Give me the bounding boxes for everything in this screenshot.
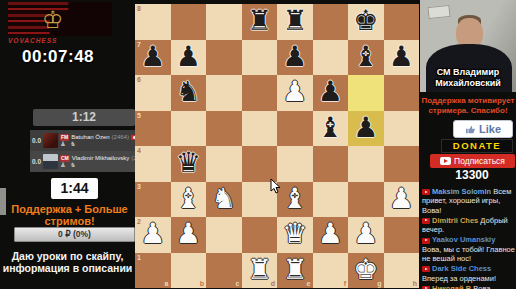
youtube-badge-icon [422, 266, 430, 272]
rank-label-5: 5 [137, 112, 141, 119]
piece-white-pawn[interactable]: ♟ [313, 217, 349, 253]
logo-text: VOVACHESS [8, 37, 112, 44]
square-d7[interactable] [242, 40, 278, 76]
square-c5[interactable] [206, 111, 242, 147]
player-row-black[interactable]: 0.0 FM Batuhan Özen (2464) ♟ ♞ [30, 130, 135, 151]
square-e1[interactable]: e♜ [277, 253, 313, 289]
player-name-black[interactable]: Batuhan Özen [71, 134, 109, 141]
black-player-clock: 1:12 [33, 109, 135, 126]
player-name-white[interactable]: Vladimir Mikhailovsky [72, 155, 129, 162]
piece-white-pawn[interactable]: ♟ [277, 75, 313, 111]
youtube-badge-icon [422, 189, 430, 195]
chat-username[interactable]: Maksim Solomin [432, 187, 491, 196]
chat-username[interactable]: Dimitrii Ches [432, 216, 478, 225]
piece-black-pawn[interactable]: ♟ [277, 40, 313, 76]
piece-black-rook[interactable]: ♜ [242, 4, 278, 40]
square-h4[interactable] [384, 146, 420, 182]
square-e5[interactable] [277, 111, 313, 147]
piece-white-bishop[interactable]: ♝ [171, 182, 207, 218]
thumb-up-icon [465, 124, 476, 135]
piece-white-pawn[interactable]: ♟ [135, 217, 171, 253]
piece-white-knight[interactable]: ♞ [206, 182, 242, 218]
players-panel: 0.0 FM Batuhan Özen (2464) ♟ ♞ 0.0 CM Vl… [30, 130, 135, 172]
square-a4[interactable]: 4 [135, 146, 171, 182]
square-g2[interactable]: ♟ [348, 217, 384, 253]
square-a7[interactable]: 7♟ [135, 40, 171, 76]
player-rating-black: (2464) [112, 134, 129, 141]
webcam: СМ Владимир Михайловский [420, 0, 516, 92]
white-player-clock: 1:44 [51, 178, 98, 199]
piece-black-pawn[interactable]: ♟ [384, 40, 420, 76]
piece-white-pawn[interactable]: ♟ [384, 182, 420, 218]
square-c8[interactable] [206, 4, 242, 40]
captured-pieces-black: ♟ ♞ [60, 141, 135, 148]
donate-button[interactable]: DONATE [441, 139, 513, 153]
stream-scene: ♔ VOVACHESS 00:07:48 1:12 0.0 FM Batuhan… [0, 0, 516, 289]
square-h1[interactable]: h [384, 253, 420, 289]
light-switch [427, 5, 450, 19]
chat-message: Николай В Вова, привет! [422, 284, 516, 289]
stream-timer: 00:07:48 [22, 47, 94, 67]
donation-progress-bar: 0 ₽ (0%) [14, 227, 135, 242]
piece-black-pawn[interactable]: ♟ [348, 111, 384, 147]
right-panel: СМ Владимир Михайловский Поддержка мотив… [420, 0, 516, 289]
file-label-c: c [236, 280, 240, 287]
square-b2[interactable]: ♟ [171, 217, 207, 253]
square-a3[interactable]: 3 [135, 182, 171, 218]
rank-label-6: 6 [137, 76, 141, 83]
youtube-badge-icon [422, 218, 430, 224]
square-c4[interactable] [206, 146, 242, 182]
square-d5[interactable] [242, 111, 278, 147]
square-f4[interactable] [313, 146, 349, 182]
square-h5[interactable] [384, 111, 420, 147]
like-label: Like [479, 123, 501, 135]
square-b3[interactable]: ♝ [171, 182, 207, 218]
square-h7[interactable]: ♟ [384, 40, 420, 76]
player-row-white[interactable]: 0.0 CM Vladimir Mikhailovsky (27 ♟ ♞ [30, 151, 135, 172]
square-e8[interactable]: ♜ [277, 4, 313, 40]
square-a6[interactable]: 6 [135, 75, 171, 111]
mouse-cursor [270, 178, 282, 194]
piece-black-bishop[interactable]: ♝ [348, 40, 384, 76]
chat-username[interactable]: Николай В [432, 284, 471, 289]
piece-black-bishop[interactable]: ♝ [313, 111, 349, 147]
support-goal-title: Поддержка + Больше стримов! [7, 204, 132, 227]
match-score-black: 0.0 [30, 137, 43, 144]
chat-username[interactable]: Yaakov Umanskiy [432, 235, 495, 244]
piece-white-rook[interactable]: ♜ [242, 253, 278, 289]
square-f7[interactable] [313, 40, 349, 76]
square-f8[interactable] [313, 4, 349, 40]
file-label-h: h [413, 280, 417, 287]
rank-label-3: 3 [137, 183, 141, 190]
chat-username[interactable]: Dark Side Chess [432, 264, 491, 273]
square-c6[interactable] [206, 75, 242, 111]
square-c7[interactable] [206, 40, 242, 76]
like-button[interactable]: Like [453, 120, 513, 138]
piece-white-pawn[interactable]: ♟ [348, 217, 384, 253]
lessons-note: Даю уроки по скайпу, информация в описан… [1, 250, 134, 274]
rank-label-8: 8 [137, 5, 141, 12]
square-a1[interactable]: 1a [135, 253, 171, 289]
square-f1[interactable]: f [313, 253, 349, 289]
chat-message: Yaakov Umanskiy Вова, мы с тобой! Главно… [422, 235, 516, 263]
square-b6[interactable]: ♞ [171, 75, 207, 111]
piece-black-pawn[interactable]: ♟ [171, 40, 207, 76]
square-h6[interactable] [384, 75, 420, 111]
file-label-a: a [165, 280, 169, 287]
square-d4[interactable] [242, 146, 278, 182]
chat-text: Вперед за орденами! [422, 274, 496, 283]
piece-black-knight[interactable]: ♞ [171, 75, 207, 111]
square-b5[interactable] [171, 111, 207, 147]
square-b4[interactable]: ♛ [171, 146, 207, 182]
square-g4[interactable] [348, 146, 384, 182]
subscribe-label: Подписаться [454, 156, 505, 166]
square-g8[interactable]: ♚ [348, 4, 384, 40]
avatar-white-player [43, 154, 58, 169]
subscribe-button[interactable]: Подписаться [430, 154, 515, 168]
youtube-play-icon [440, 157, 451, 165]
rank-label-1: 1 [137, 254, 141, 261]
vovachess-logo: ♔ [8, 2, 112, 36]
chat-message: Dark Side Chess Вперед за орденами! [422, 264, 516, 283]
piece-white-king[interactable]: ♚ [348, 253, 384, 289]
square-f2[interactable]: ♟ [313, 217, 349, 253]
piece-white-bishop[interactable]: ♝ [277, 182, 313, 218]
square-a2[interactable]: 2♟ [135, 217, 171, 253]
subscriber-count: 13300 [442, 168, 502, 182]
square-g5[interactable]: ♟ [348, 111, 384, 147]
square-h3[interactable]: ♟ [384, 182, 420, 218]
square-h8[interactable] [384, 4, 420, 40]
piece-black-king[interactable]: ♚ [348, 4, 384, 40]
rank-label-4: 4 [137, 147, 141, 154]
square-g1[interactable]: g♚ [348, 253, 384, 289]
piece-white-pawn[interactable]: ♟ [171, 217, 207, 253]
square-d2[interactable] [242, 217, 278, 253]
square-e2[interactable]: ♛ [277, 217, 313, 253]
square-d8[interactable]: ♜ [242, 4, 278, 40]
chat-message: Maksim Solomin Всем привет, хорошей игры… [422, 187, 516, 215]
square-d6[interactable] [242, 75, 278, 111]
square-e6[interactable]: ♟ [277, 75, 313, 111]
square-g6[interactable] [348, 75, 384, 111]
piece-black-pawn[interactable]: ♟ [135, 40, 171, 76]
square-b8[interactable] [171, 4, 207, 40]
piece-white-rook[interactable]: ♜ [277, 253, 313, 289]
square-b1[interactable]: b [171, 253, 207, 289]
gold-king-icon: ♔ [42, 6, 64, 34]
square-c3[interactable]: ♞ [206, 182, 242, 218]
square-g7[interactable]: ♝ [348, 40, 384, 76]
square-c1[interactable]: c [206, 253, 242, 289]
file-label-f: f [344, 280, 346, 287]
square-h2[interactable] [384, 217, 420, 253]
captured-pieces-white: ♟ ♞ [60, 162, 135, 169]
square-a5[interactable]: 5 [135, 111, 171, 147]
background-sliver [0, 188, 6, 215]
square-f3[interactable] [313, 182, 349, 218]
square-f6[interactable]: ♟ [313, 75, 349, 111]
piece-black-queen[interactable]: ♛ [171, 146, 207, 182]
square-g3[interactable] [348, 182, 384, 218]
piece-white-queen[interactable]: ♛ [277, 217, 313, 253]
square-a8[interactable]: 8 [135, 4, 171, 40]
piece-black-rook[interactable]: ♜ [277, 4, 313, 40]
avatar-black-player [43, 133, 58, 148]
support-note: Поддержка мотивирует стримера. Спасибо! [420, 96, 516, 115]
square-e4[interactable] [277, 146, 313, 182]
chat-message: Dimitrii Ches Добрый вечер. [422, 216, 516, 235]
piece-black-pawn[interactable]: ♟ [313, 75, 349, 111]
chess-board[interactable]: 8♜♜♚7♟♟♟♝♟6♞♟♟5♝♟4♛3♝♞♝♟2♟♟♛♟♟1abcd♜e♜fg… [135, 4, 419, 288]
square-f5[interactable]: ♝ [313, 111, 349, 147]
match-score-white: 0.0 [30, 158, 43, 165]
square-e3[interactable]: ♝ [277, 182, 313, 218]
chat-text: Вова, мы с тобой! Главное не вешай нос! [422, 245, 515, 263]
square-e7[interactable]: ♟ [277, 40, 313, 76]
square-d1[interactable]: d♜ [242, 253, 278, 289]
chat-panel: Maksim Solomin Всем привет, хорошей игры… [422, 187, 516, 289]
youtube-badge-icon [422, 238, 430, 244]
square-b7[interactable]: ♟ [171, 40, 207, 76]
file-label-b: b [200, 280, 204, 287]
square-c2[interactable] [206, 217, 242, 253]
streamer-name: СМ Владимир Михайловский [420, 67, 516, 88]
